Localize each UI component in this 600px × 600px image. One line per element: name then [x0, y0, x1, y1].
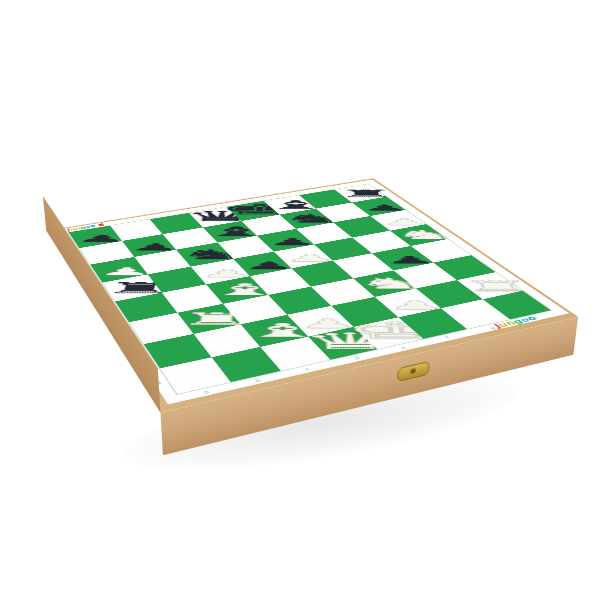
- coord-file-f: f: [444, 335, 451, 340]
- square-b1[interactable]: [211, 347, 281, 383]
- piece-white-pawn[interactable]: ♟: [199, 268, 254, 279]
- coord-file-g: g: [488, 325, 497, 330]
- piece-black-pawn[interactable]: ♟: [383, 255, 438, 265]
- piece-white-pawn[interactable]: ♟: [386, 299, 446, 311]
- brand-letter: o: [524, 315, 539, 323]
- coord-file-d: d: [353, 356, 362, 361]
- brand-letter: n: [503, 319, 518, 327]
- clasp-keyhole-icon: [410, 368, 415, 374]
- piece-white-knight[interactable]: ♞: [391, 229, 461, 241]
- square-f2[interactable]: ♟: [374, 288, 440, 317]
- piece-black-pawn[interactable]: ♟: [361, 203, 410, 211]
- square-b2[interactable]: [193, 324, 260, 357]
- square-h1[interactable]: [482, 291, 551, 320]
- square-c4[interactable]: ♝: [206, 276, 267, 303]
- coord-file-h: h: [530, 316, 539, 321]
- brand-letter: J: [492, 323, 504, 330]
- piece-black-rook[interactable]: ♜: [101, 280, 178, 295]
- square-c3[interactable]: [223, 295, 287, 324]
- square-c2[interactable]: ♝: [241, 315, 308, 347]
- piece-white-pawn[interactable]: ♟: [97, 266, 154, 277]
- square-b3[interactable]: ♜: [177, 304, 241, 334]
- coord-file-e: e: [399, 345, 408, 350]
- square-f3[interactable]: ♞: [353, 270, 416, 297]
- square-c1[interactable]: [260, 336, 330, 370]
- piece-black-bishop[interactable]: ♝: [200, 225, 271, 238]
- piece-white-bishop[interactable]: ♝: [204, 281, 284, 297]
- piece-black-knight[interactable]: ♞: [175, 248, 247, 261]
- piece-white-pawn[interactable]: ♟: [380, 217, 431, 226]
- coord-file-c: c: [304, 367, 312, 372]
- piece-black-queen[interactable]: ♛: [181, 209, 261, 223]
- square-d2[interactable]: ♟: [287, 306, 354, 337]
- piece-black-knight[interactable]: ♞: [280, 213, 345, 225]
- piece-white-knight[interactable]: ♞: [354, 276, 431, 291]
- piece-white-bishop[interactable]: ♝: [239, 321, 325, 340]
- piece-black-pawn[interactable]: ♟: [74, 234, 128, 243]
- piece-white-king[interactable]: ♚: [343, 319, 451, 342]
- brand-letter: g: [510, 318, 526, 326]
- brand-letter: u: [495, 321, 510, 329]
- chess-box-top: Jungoo Jungoo ♟♛♚♝♜♟♝♞♟♟♞♟♟♜♟♟♟♞♝♟♜♞♝♟♟♜…: [46, 178, 578, 412]
- piece-white-rook[interactable]: ♜: [459, 278, 537, 293]
- piece-black-pawn[interactable]: ♟: [266, 237, 317, 247]
- square-a1[interactable]: [160, 357, 230, 394]
- square-e1[interactable]: ♚: [353, 317, 423, 349]
- brass-clasp[interactable]: [397, 361, 430, 383]
- piece-black-rook[interactable]: ♜: [336, 188, 397, 198]
- square-h2[interactable]: ♜: [456, 272, 522, 299]
- piece-white-queen[interactable]: ♛: [301, 330, 402, 352]
- coord-file-b: b: [254, 378, 263, 384]
- square-a5[interactable]: ♜: [102, 274, 161, 301]
- piece-black-pawn[interactable]: ♟: [128, 242, 182, 252]
- square-f1[interactable]: [398, 308, 467, 339]
- scene: Jungoo Jungoo ♟♛♚♝♜♟♝♞♟♟♞♟♟♜♟♟♟♞♝♟♜♞♝♟♟♜…: [0, 0, 600, 600]
- product-photo: { "game": "chess", "position": "p2qkb1r/…: [0, 0, 600, 600]
- brand-letter: o: [517, 316, 532, 324]
- square-d1[interactable]: ♛: [307, 327, 377, 360]
- coord-file-a: a: [202, 389, 210, 395]
- square-e2[interactable]: [331, 297, 397, 327]
- square-g1[interactable]: [441, 299, 510, 329]
- piece-white-rook[interactable]: ♜: [177, 311, 256, 328]
- square-d3[interactable]: [267, 286, 331, 314]
- piece-white-pawn[interactable]: ♟: [298, 317, 358, 330]
